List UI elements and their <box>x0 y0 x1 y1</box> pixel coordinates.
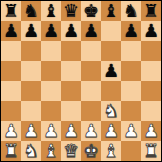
square-f8[interactable]: ♝ <box>101 1 121 21</box>
square-g1[interactable] <box>121 141 141 161</box>
piece-white-pawn[interactable]: ♟ <box>143 121 159 141</box>
piece-white-pawn[interactable]: ♟ <box>123 121 139 141</box>
square-g8[interactable]: ♞ <box>121 1 141 21</box>
square-b2[interactable]: ♟ <box>21 121 41 141</box>
square-h3[interactable] <box>141 101 161 121</box>
piece-white-knight[interactable]: ♞ <box>103 101 119 121</box>
square-a5[interactable] <box>1 61 21 81</box>
square-c6[interactable] <box>41 41 61 61</box>
square-a4[interactable] <box>1 81 21 101</box>
piece-white-king[interactable]: ♚ <box>83 141 99 161</box>
square-h5[interactable] <box>141 61 161 81</box>
square-f2[interactable]: ♟ <box>101 121 121 141</box>
square-c3[interactable] <box>41 101 61 121</box>
square-g5[interactable] <box>121 61 141 81</box>
piece-black-pawn[interactable]: ♟ <box>3 21 19 41</box>
square-f7[interactable] <box>101 21 121 41</box>
square-g2[interactable]: ♟ <box>121 121 141 141</box>
square-f3[interactable]: ♞ <box>101 101 121 121</box>
square-g7[interactable]: ♟ <box>121 21 141 41</box>
piece-black-bishop[interactable]: ♝ <box>43 1 59 21</box>
square-e2[interactable]: ♟ <box>81 121 101 141</box>
piece-white-rook[interactable]: ♜ <box>3 141 19 161</box>
piece-black-pawn[interactable]: ♟ <box>123 21 139 41</box>
piece-white-pawn[interactable]: ♟ <box>103 121 119 141</box>
square-f5[interactable]: ♟ <box>101 61 121 81</box>
square-e4[interactable] <box>81 81 101 101</box>
piece-black-king[interactable]: ♚ <box>83 1 99 21</box>
square-e3[interactable] <box>81 101 101 121</box>
square-g4[interactable] <box>121 81 141 101</box>
piece-black-knight[interactable]: ♞ <box>23 1 39 21</box>
square-h1[interactable]: ♜ <box>141 141 161 161</box>
piece-black-pawn[interactable]: ♟ <box>63 21 79 41</box>
square-f4[interactable] <box>101 81 121 101</box>
square-b1[interactable]: ♞ <box>21 141 41 161</box>
piece-black-rook[interactable]: ♜ <box>143 1 159 21</box>
square-e5[interactable] <box>81 61 101 81</box>
square-a2[interactable]: ♟ <box>1 121 21 141</box>
square-a6[interactable] <box>1 41 21 61</box>
square-h2[interactable]: ♟ <box>141 121 161 141</box>
square-a1[interactable]: ♜ <box>1 141 21 161</box>
square-h4[interactable] <box>141 81 161 101</box>
piece-white-knight[interactable]: ♞ <box>23 141 39 161</box>
square-h8[interactable]: ♜ <box>141 1 161 21</box>
piece-white-queen[interactable]: ♛ <box>63 141 79 161</box>
piece-black-bishop[interactable]: ♝ <box>103 1 119 21</box>
piece-white-bishop[interactable]: ♝ <box>43 141 59 161</box>
piece-black-pawn[interactable]: ♟ <box>83 21 99 41</box>
piece-black-queen[interactable]: ♛ <box>63 1 79 21</box>
square-g6[interactable] <box>121 41 141 61</box>
board-grid: ♜♞♝♛♚♝♞♜♟♟♟♟♟♟♟♟♞♟♟♟♟♟♟♟♟♜♞♝♛♚♝♜ <box>1 1 161 161</box>
piece-black-rook[interactable]: ♜ <box>3 1 19 21</box>
square-a7[interactable]: ♟ <box>1 21 21 41</box>
square-h7[interactable]: ♟ <box>141 21 161 41</box>
square-g3[interactable] <box>121 101 141 121</box>
piece-white-rook[interactable]: ♜ <box>143 141 159 161</box>
square-b4[interactable] <box>21 81 41 101</box>
piece-black-pawn[interactable]: ♟ <box>43 21 59 41</box>
piece-black-pawn[interactable]: ♟ <box>23 21 39 41</box>
square-d7[interactable]: ♟ <box>61 21 81 41</box>
square-h6[interactable] <box>141 41 161 61</box>
square-b5[interactable] <box>21 61 41 81</box>
square-b7[interactable]: ♟ <box>21 21 41 41</box>
piece-black-pawn[interactable]: ♟ <box>103 61 119 81</box>
piece-white-pawn[interactable]: ♟ <box>83 121 99 141</box>
piece-white-bishop[interactable]: ♝ <box>103 141 119 161</box>
piece-white-pawn[interactable]: ♟ <box>3 121 19 141</box>
chess-board: ♜♞♝♛♚♝♞♜♟♟♟♟♟♟♟♟♞♟♟♟♟♟♟♟♟♜♞♝♛♚♝♜ <box>0 0 162 162</box>
square-c5[interactable] <box>41 61 61 81</box>
square-c7[interactable]: ♟ <box>41 21 61 41</box>
piece-white-pawn[interactable]: ♟ <box>43 121 59 141</box>
square-b6[interactable] <box>21 41 41 61</box>
square-c8[interactable]: ♝ <box>41 1 61 21</box>
square-d1[interactable]: ♛ <box>61 141 81 161</box>
square-d2[interactable]: ♟ <box>61 121 81 141</box>
piece-white-pawn[interactable]: ♟ <box>23 121 39 141</box>
square-c4[interactable] <box>41 81 61 101</box>
square-c2[interactable]: ♟ <box>41 121 61 141</box>
square-d4[interactable] <box>61 81 81 101</box>
square-d5[interactable] <box>61 61 81 81</box>
square-d6[interactable] <box>61 41 81 61</box>
square-a3[interactable] <box>1 101 21 121</box>
square-d8[interactable]: ♛ <box>61 1 81 21</box>
square-c1[interactable]: ♝ <box>41 141 61 161</box>
square-e8[interactable]: ♚ <box>81 1 101 21</box>
square-b8[interactable]: ♞ <box>21 1 41 21</box>
square-e1[interactable]: ♚ <box>81 141 101 161</box>
square-f6[interactable] <box>101 41 121 61</box>
square-f1[interactable]: ♝ <box>101 141 121 161</box>
piece-black-pawn[interactable]: ♟ <box>143 21 159 41</box>
square-b3[interactable] <box>21 101 41 121</box>
square-e6[interactable] <box>81 41 101 61</box>
piece-white-pawn[interactable]: ♟ <box>63 121 79 141</box>
square-d3[interactable] <box>61 101 81 121</box>
square-e7[interactable]: ♟ <box>81 21 101 41</box>
square-a8[interactable]: ♜ <box>1 1 21 21</box>
piece-black-knight[interactable]: ♞ <box>123 1 139 21</box>
